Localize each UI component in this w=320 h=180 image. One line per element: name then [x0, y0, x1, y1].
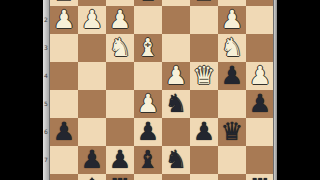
square-f6[interactable] [106, 118, 134, 146]
video-frame: 12345678 ♜♚♜♟♟♟♟♞♝♞♟♛♟♟♟♞♟♟♟♟♛♟♟♝♞♚♜♜ [0, 0, 320, 180]
black-knight: ♞ [162, 90, 190, 118]
square-b5[interactable] [218, 90, 246, 118]
white-pawn: ♟ [50, 6, 78, 34]
rank-label-4: 4 [43, 73, 49, 79]
square-c2[interactable] [190, 6, 218, 34]
square-a6[interactable] [246, 118, 274, 146]
square-d8[interactable] [162, 174, 190, 180]
square-h2[interactable]: ♟ [50, 6, 78, 34]
square-g2[interactable]: ♟ [78, 6, 106, 34]
white-pawn: ♟ [246, 62, 274, 90]
black-king: ♚ [78, 174, 106, 180]
square-d7[interactable]: ♞ [162, 146, 190, 174]
square-a7[interactable] [246, 146, 274, 174]
square-e3[interactable]: ♝ [134, 34, 162, 62]
white-pawn: ♟ [78, 6, 106, 34]
black-pawn: ♟ [246, 90, 274, 118]
square-g5[interactable] [78, 90, 106, 118]
square-g6[interactable] [78, 118, 106, 146]
black-pawn: ♟ [78, 146, 106, 174]
square-h5[interactable] [50, 90, 78, 118]
square-h7[interactable] [50, 146, 78, 174]
black-pawn: ♟ [190, 118, 218, 146]
chess-board: ♜♚♜♟♟♟♟♞♝♞♟♛♟♟♟♞♟♟♟♟♛♟♟♝♞♚♜♜ [50, 0, 274, 180]
white-pawn: ♟ [106, 6, 134, 34]
square-e6[interactable]: ♟ [134, 118, 162, 146]
black-pawn: ♟ [106, 146, 134, 174]
black-bishop: ♝ [134, 146, 162, 174]
square-b8[interactable] [218, 174, 246, 180]
square-a8[interactable]: ♜ [246, 174, 274, 180]
square-d4[interactable]: ♟ [162, 62, 190, 90]
white-knight: ♞ [106, 34, 134, 62]
square-h3[interactable] [50, 34, 78, 62]
square-e5[interactable]: ♟ [134, 90, 162, 118]
square-c8[interactable] [190, 174, 218, 180]
square-g7[interactable]: ♟ [78, 146, 106, 174]
black-queen: ♛ [218, 118, 246, 146]
square-h8[interactable] [50, 174, 78, 180]
black-pawn: ♟ [134, 118, 162, 146]
rank-label-5: 5 [43, 101, 49, 107]
rank-label-2: 2 [43, 17, 49, 23]
square-b4[interactable]: ♟ [218, 62, 246, 90]
white-pawn: ♟ [134, 90, 162, 118]
square-d2[interactable] [162, 6, 190, 34]
square-a5[interactable]: ♟ [246, 90, 274, 118]
board-left-frame-rank-labels: 12345678 [43, 0, 50, 180]
square-b7[interactable] [218, 146, 246, 174]
black-pawn: ♟ [50, 118, 78, 146]
rank-label-7: 7 [43, 157, 49, 163]
square-b3[interactable]: ♞ [218, 34, 246, 62]
square-f4[interactable] [106, 62, 134, 90]
square-a4[interactable]: ♟ [246, 62, 274, 90]
white-pawn: ♟ [162, 62, 190, 90]
square-g4[interactable] [78, 62, 106, 90]
square-b2[interactable]: ♟ [218, 6, 246, 34]
square-e2[interactable] [134, 6, 162, 34]
square-d5[interactable]: ♞ [162, 90, 190, 118]
black-rook: ♜ [106, 174, 134, 180]
white-pawn: ♟ [218, 6, 246, 34]
square-f8[interactable]: ♜ [106, 174, 134, 180]
square-b6[interactable]: ♛ [218, 118, 246, 146]
square-a3[interactable] [246, 34, 274, 62]
square-h6[interactable]: ♟ [50, 118, 78, 146]
square-e8[interactable] [134, 174, 162, 180]
square-g3[interactable] [78, 34, 106, 62]
black-pawn: ♟ [218, 62, 246, 90]
square-f7[interactable]: ♟ [106, 146, 134, 174]
square-c5[interactable] [190, 90, 218, 118]
square-c4[interactable]: ♛ [190, 62, 218, 90]
black-rook: ♜ [246, 174, 274, 180]
square-g8[interactable]: ♚ [78, 174, 106, 180]
rank-label-3: 3 [43, 45, 49, 51]
square-f2[interactable]: ♟ [106, 6, 134, 34]
rank-label-6: 6 [43, 129, 49, 135]
square-c6[interactable]: ♟ [190, 118, 218, 146]
square-d3[interactable] [162, 34, 190, 62]
board-right-frame [273, 0, 277, 180]
white-queen: ♛ [190, 62, 218, 90]
square-h4[interactable] [50, 62, 78, 90]
square-c7[interactable] [190, 146, 218, 174]
white-knight: ♞ [218, 34, 246, 62]
square-a2[interactable] [246, 6, 274, 34]
square-e4[interactable] [134, 62, 162, 90]
square-f3[interactable]: ♞ [106, 34, 134, 62]
square-c3[interactable] [190, 34, 218, 62]
square-f5[interactable] [106, 90, 134, 118]
white-bishop: ♝ [134, 34, 162, 62]
black-knight: ♞ [162, 146, 190, 174]
square-d6[interactable] [162, 118, 190, 146]
square-e7[interactable]: ♝ [134, 146, 162, 174]
